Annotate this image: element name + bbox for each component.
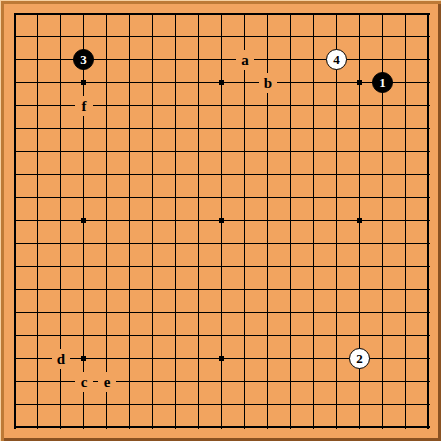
grid-line-horizontal bbox=[14, 289, 430, 290]
point-label-c[interactable]: c bbox=[75, 372, 93, 392]
white-stone-2[interactable]: 2 bbox=[349, 348, 370, 369]
grid-line-vertical bbox=[175, 13, 176, 429]
grid-line-horizontal bbox=[14, 312, 430, 313]
grid-line-vertical bbox=[152, 13, 153, 429]
grid-line-vertical bbox=[336, 13, 337, 429]
grid-line-vertical bbox=[405, 13, 406, 429]
grid-line-vertical bbox=[37, 13, 38, 429]
grid-line-vertical bbox=[427, 13, 429, 429]
star-point bbox=[219, 80, 224, 85]
point-label-b[interactable]: b bbox=[259, 73, 277, 93]
star-point bbox=[81, 356, 86, 361]
star-point bbox=[219, 218, 224, 223]
star-point bbox=[81, 80, 86, 85]
grid-line-vertical bbox=[198, 13, 199, 429]
grid-line-horizontal bbox=[14, 243, 430, 244]
star-point bbox=[81, 218, 86, 223]
grid-line-vertical bbox=[244, 13, 245, 429]
grid-line-vertical bbox=[106, 13, 107, 429]
grid-line-vertical bbox=[129, 13, 130, 429]
point-label-a[interactable]: a bbox=[236, 50, 254, 70]
grid-line-horizontal bbox=[14, 36, 430, 37]
go-board-diagram: abfdce1234 bbox=[0, 0, 441, 441]
grid-line-horizontal bbox=[14, 404, 430, 405]
grid-line-horizontal bbox=[14, 197, 430, 198]
grid-line-horizontal bbox=[14, 151, 430, 152]
star-point bbox=[357, 80, 362, 85]
star-point bbox=[219, 356, 224, 361]
go-board[interactable]: abfdce1234 bbox=[0, 0, 441, 441]
white-stone-4[interactable]: 4 bbox=[326, 49, 347, 70]
grid-line-horizontal bbox=[14, 174, 430, 175]
grid-line-vertical bbox=[290, 13, 291, 429]
point-label-d[interactable]: d bbox=[52, 349, 70, 369]
grid-line-horizontal bbox=[14, 426, 430, 428]
grid-line-horizontal bbox=[14, 335, 430, 336]
star-point bbox=[357, 218, 362, 223]
point-label-e[interactable]: e bbox=[98, 372, 116, 392]
grid-line-horizontal bbox=[14, 266, 430, 267]
point-label-f[interactable]: f bbox=[75, 96, 93, 116]
grid-line-horizontal bbox=[14, 128, 430, 129]
grid-line-vertical bbox=[313, 13, 314, 429]
grid-line-horizontal bbox=[14, 13, 430, 15]
black-stone-3[interactable]: 3 bbox=[73, 49, 94, 70]
black-stone-1[interactable]: 1 bbox=[372, 72, 393, 93]
grid-line-vertical bbox=[14, 13, 16, 429]
